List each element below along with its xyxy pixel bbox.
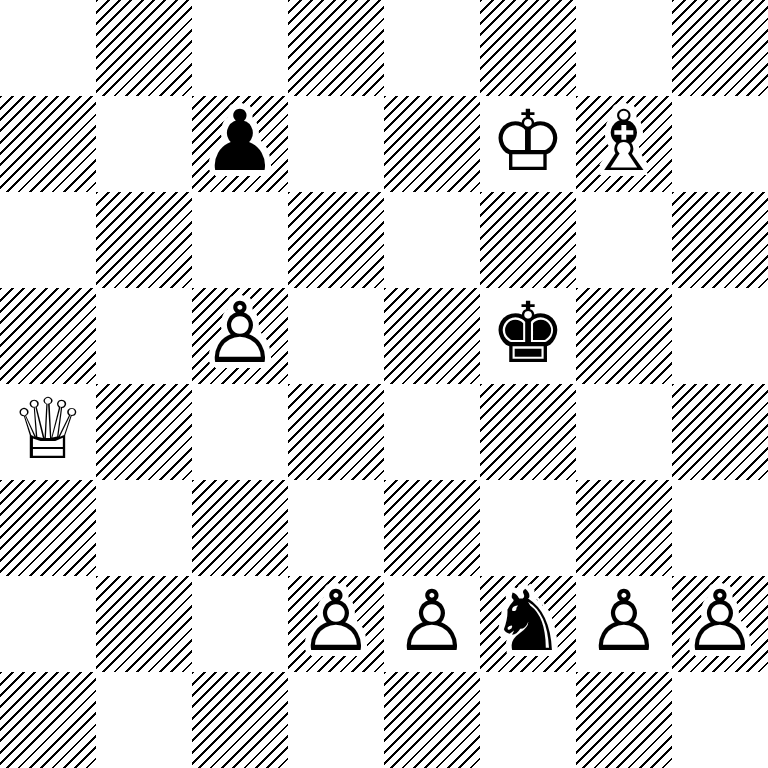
square-c5[interactable]: ♟♙	[192, 288, 288, 384]
white-pawn-icon: ♙	[576, 576, 672, 672]
chess-board: ♟♟♚♔♝♗♟♙♚♚♛♕♟♙♟♙♞♞♟♙♟♙	[0, 0, 768, 768]
white-pawn-icon: ♙	[384, 576, 480, 672]
square-a2[interactable]	[0, 576, 96, 672]
square-a3[interactable]	[0, 480, 96, 576]
square-a6[interactable]	[0, 192, 96, 288]
square-b2[interactable]	[96, 576, 192, 672]
square-f2[interactable]: ♞♞	[480, 576, 576, 672]
square-c2[interactable]	[192, 576, 288, 672]
square-a4[interactable]: ♛♕	[0, 384, 96, 480]
white-queen-icon: ♕	[0, 384, 96, 480]
square-a5[interactable]	[0, 288, 96, 384]
square-h8[interactable]	[672, 0, 768, 96]
square-f1[interactable]	[480, 672, 576, 768]
square-h4[interactable]	[672, 384, 768, 480]
white-pawn-piece[interactable]: ♟♙	[288, 576, 384, 672]
square-c4[interactable]	[192, 384, 288, 480]
black-knight-icon: ♞	[480, 576, 576, 672]
square-h2[interactable]: ♟♙	[672, 576, 768, 672]
square-e1[interactable]	[384, 672, 480, 768]
black-pawn-piece[interactable]: ♟♟	[192, 96, 288, 192]
square-d8[interactable]	[288, 0, 384, 96]
square-c7[interactable]: ♟♟	[192, 96, 288, 192]
square-d5[interactable]	[288, 288, 384, 384]
square-e6[interactable]	[384, 192, 480, 288]
square-h5[interactable]	[672, 288, 768, 384]
white-bishop-icon: ♗	[576, 96, 672, 192]
square-b7[interactable]	[96, 96, 192, 192]
square-h6[interactable]	[672, 192, 768, 288]
square-e2[interactable]: ♟♙	[384, 576, 480, 672]
square-e4[interactable]	[384, 384, 480, 480]
square-a7[interactable]	[0, 96, 96, 192]
white-queen-piece[interactable]: ♛♕	[0, 384, 96, 480]
square-g4[interactable]	[576, 384, 672, 480]
square-e5[interactable]	[384, 288, 480, 384]
square-g5[interactable]	[576, 288, 672, 384]
square-e3[interactable]	[384, 480, 480, 576]
square-h1[interactable]	[672, 672, 768, 768]
black-king-icon: ♚	[480, 288, 576, 384]
square-d1[interactable]	[288, 672, 384, 768]
square-a1[interactable]	[0, 672, 96, 768]
square-g6[interactable]	[576, 192, 672, 288]
square-d6[interactable]	[288, 192, 384, 288]
square-g2[interactable]: ♟♙	[576, 576, 672, 672]
square-d3[interactable]	[288, 480, 384, 576]
square-b3[interactable]	[96, 480, 192, 576]
black-pawn-icon: ♟	[192, 96, 288, 192]
square-b4[interactable]	[96, 384, 192, 480]
square-g8[interactable]	[576, 0, 672, 96]
square-h7[interactable]	[672, 96, 768, 192]
square-c8[interactable]	[192, 0, 288, 96]
black-knight-piece[interactable]: ♞♞	[480, 576, 576, 672]
white-pawn-icon: ♙	[672, 576, 768, 672]
square-c1[interactable]	[192, 672, 288, 768]
square-d4[interactable]	[288, 384, 384, 480]
square-f3[interactable]	[480, 480, 576, 576]
white-king-icon: ♔	[480, 96, 576, 192]
white-pawn-piece[interactable]: ♟♙	[192, 288, 288, 384]
square-f5[interactable]: ♚♚	[480, 288, 576, 384]
square-b1[interactable]	[96, 672, 192, 768]
square-g3[interactable]	[576, 480, 672, 576]
square-g7[interactable]: ♝♗	[576, 96, 672, 192]
square-f8[interactable]	[480, 0, 576, 96]
white-bishop-piece[interactable]: ♝♗	[576, 96, 672, 192]
square-e7[interactable]	[384, 96, 480, 192]
square-g1[interactable]	[576, 672, 672, 768]
square-d2[interactable]: ♟♙	[288, 576, 384, 672]
white-pawn-piece[interactable]: ♟♙	[384, 576, 480, 672]
square-b6[interactable]	[96, 192, 192, 288]
square-f4[interactable]	[480, 384, 576, 480]
square-f6[interactable]	[480, 192, 576, 288]
white-king-piece[interactable]: ♚♔	[480, 96, 576, 192]
square-b8[interactable]	[96, 0, 192, 96]
square-f7[interactable]: ♚♔	[480, 96, 576, 192]
square-d7[interactable]	[288, 96, 384, 192]
square-h3[interactable]	[672, 480, 768, 576]
square-a8[interactable]	[0, 0, 96, 96]
white-pawn-piece[interactable]: ♟♙	[576, 576, 672, 672]
square-c6[interactable]	[192, 192, 288, 288]
square-c3[interactable]	[192, 480, 288, 576]
square-e8[interactable]	[384, 0, 480, 96]
black-king-piece[interactable]: ♚♚	[480, 288, 576, 384]
square-b5[interactable]	[96, 288, 192, 384]
white-pawn-piece[interactable]: ♟♙	[672, 576, 768, 672]
white-pawn-icon: ♙	[192, 288, 288, 384]
white-pawn-icon: ♙	[288, 576, 384, 672]
